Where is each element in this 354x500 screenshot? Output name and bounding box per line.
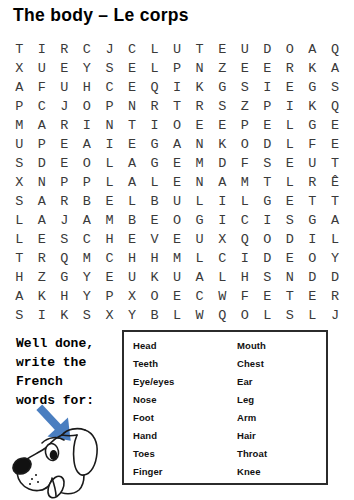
grid-cell-r11c4: C [76, 230, 99, 249]
grid-cell-r8c8: E [166, 173, 189, 192]
grid-cell-r1c15: Q [324, 40, 347, 59]
grid-cell-r9c11: L [233, 192, 256, 211]
grid-cell-r11c2: E [31, 230, 54, 249]
grid-cell-r6c5: I [98, 135, 121, 154]
grid-cell-r10c5: M [98, 211, 121, 230]
worksheet-page: The body – Le corps TIRCJCLUTEUDOAQXUEYS… [0, 0, 354, 500]
grid-cell-r2c2: U [31, 59, 54, 78]
grid-cell-r8c2: N [31, 173, 54, 192]
grid-cell-r9c7: B [143, 192, 166, 211]
grid-cell-r6c11: O [233, 135, 256, 154]
grid-cell-r3c11: S [233, 78, 256, 97]
grid-cell-r4c2: C [31, 97, 54, 116]
grid-cell-r13c5: E [98, 269, 121, 288]
grid-cell-r4c15: Q [324, 97, 347, 116]
grid-cell-r15c4: S [76, 307, 99, 326]
grid-cell-r3c1: A [8, 78, 31, 97]
grid-cell-r12c14: O [301, 250, 324, 269]
grid-cell-r12c9: L [188, 250, 211, 269]
grid-cell-r1c9: T [188, 40, 211, 59]
grid-cell-r8c7: L [143, 173, 166, 192]
grid-cell-r8c5: L [98, 173, 121, 192]
grid-cell-r4c10: S [211, 97, 234, 116]
grid-cell-r6c2: P [31, 135, 54, 154]
grid-cell-r15c6: Y [121, 307, 144, 326]
grid-cell-r3c15: S [324, 78, 347, 97]
grid-cell-r7c14: U [301, 154, 324, 173]
grid-cell-r15c3: K [53, 307, 76, 326]
grid-cell-r9c8: U [166, 192, 189, 211]
instructions-line: Well done, [16, 334, 94, 353]
grid-cell-r1c7: L [143, 40, 166, 59]
grid-cell-r13c13: N [279, 269, 302, 288]
grid-cell-r5c1: M [8, 116, 31, 135]
instructions-text: Well done,write theFrenchwords for: [16, 334, 94, 410]
grid-cell-r9c3: R [53, 192, 76, 211]
grid-cell-r13c15: D [324, 269, 347, 288]
grid-cell-r9c5: E [98, 192, 121, 211]
word-list-item: Ear [237, 372, 326, 390]
grid-cell-r2c6: E [121, 59, 144, 78]
grid-cell-r11c1: L [8, 230, 31, 249]
grid-cell-r2c15: A [324, 59, 347, 78]
grid-cell-r1c1: T [8, 40, 31, 59]
grid-cell-r4c7: R [143, 97, 166, 116]
grid-cell-r2c9: N [188, 59, 211, 78]
grid-cell-r7c12: S [256, 154, 279, 173]
grid-cell-r5c10: E [211, 116, 234, 135]
grid-cell-r5c7: I [143, 116, 166, 135]
grid-cell-r2c4: Y [76, 59, 99, 78]
grid-cell-r6c1: U [8, 135, 31, 154]
grid-cell-r13c4: Y [76, 269, 99, 288]
grid-cell-r3c8: I [166, 78, 189, 97]
grid-cell-r14c4: Y [76, 288, 99, 307]
grid-cell-r1c2: I [31, 40, 54, 59]
grid-cell-r11c14: I [301, 230, 324, 249]
word-list-item: Foot [133, 408, 237, 426]
grid-cell-r14c3: H [53, 288, 76, 307]
grid-cell-r12c5: C [98, 250, 121, 269]
grid-cell-r12c2: R [31, 250, 54, 269]
grid-cell-r7c9: M [188, 154, 211, 173]
word-list-item: Arm [237, 408, 326, 426]
grid-cell-r1c14: A [301, 40, 324, 59]
grid-cell-r10c6: B [121, 211, 144, 230]
grid-cell-r15c10: Q [211, 307, 234, 326]
grid-cell-r12c1: T [8, 250, 31, 269]
grid-cell-r12c13: E [279, 250, 302, 269]
grid-cell-r2c11: E [233, 59, 256, 78]
grid-cell-r10c12: I [256, 211, 279, 230]
grid-cell-r8c10: A [211, 173, 234, 192]
grid-cell-r12c8: M [166, 250, 189, 269]
grid-cell-r3c9: K [188, 78, 211, 97]
grid-cell-r15c15: J [324, 307, 347, 326]
grid-cell-r12c7: H [143, 250, 166, 269]
grid-cell-r13c12: S [256, 269, 279, 288]
grid-cell-r14c10: W [211, 288, 234, 307]
grid-cell-r14c12: E [256, 288, 279, 307]
word-list-box: HeadTeethEye/eyesNoseFootHandToesFinger … [122, 330, 328, 485]
grid-cell-r11c5: H [98, 230, 121, 249]
word-list-item: Finger [133, 463, 237, 481]
grid-cell-r7c11: F [233, 154, 256, 173]
grid-cell-r6c7: G [143, 135, 166, 154]
grid-cell-r5c12: E [256, 116, 279, 135]
grid-cell-r11c9: U [188, 230, 211, 249]
grid-cell-r6c6: E [121, 135, 144, 154]
grid-cell-r7c13: E [279, 154, 302, 173]
grid-cell-r14c6: X [121, 288, 144, 307]
grid-cell-r7c2: D [31, 154, 54, 173]
grid-cell-r15c1: S [8, 307, 31, 326]
grid-cell-r14c13: T [279, 288, 302, 307]
grid-cell-r14c9: C [188, 288, 211, 307]
grid-cell-r4c13: I [279, 97, 302, 116]
grid-cell-r4c8: T [166, 97, 189, 116]
grid-cell-r13c14: D [301, 269, 324, 288]
grid-cell-r1c11: U [233, 40, 256, 59]
grid-cell-r15c5: X [98, 307, 121, 326]
grid-cell-r13c2: Z [31, 269, 54, 288]
word-list-item: Chest [237, 354, 326, 372]
grid-cell-r14c2: K [31, 288, 54, 307]
grid-cell-r3c13: E [279, 78, 302, 97]
grid-cell-r15c2: I [31, 307, 54, 326]
grid-cell-r8c12: T [256, 173, 279, 192]
grid-cell-r5c8: O [166, 116, 189, 135]
grid-cell-r4c3: J [53, 97, 76, 116]
grid-cell-r6c14: F [301, 135, 324, 154]
word-list-item: Nose [133, 390, 237, 408]
grid-cell-r3c10: G [211, 78, 234, 97]
grid-cell-r5c2: A [31, 116, 54, 135]
instructions-line: write the [16, 353, 94, 372]
word-list-item: Eye/eyes [133, 372, 237, 390]
grid-cell-r9c1: S [8, 192, 31, 211]
grid-cell-r11c6: E [121, 230, 144, 249]
grid-cell-r12c10: C [211, 250, 234, 269]
grid-cell-r13c1: H [8, 269, 31, 288]
grid-cell-r9c10: I [211, 192, 234, 211]
grid-cell-r11c12: O [256, 230, 279, 249]
grid-cell-r9c14: T [301, 192, 324, 211]
grid-cell-r7c3: E [53, 154, 76, 173]
instructions-line: French [16, 372, 94, 391]
grid-cell-r11c11: Q [233, 230, 256, 249]
word-list-right-column: MouthChestEarLegArmHairThroatKnee [237, 332, 326, 483]
grid-cell-r11c10: X [211, 230, 234, 249]
grid-cell-r6c12: D [256, 135, 279, 154]
grid-cell-r13c6: U [121, 269, 144, 288]
grid-cell-r8c9: N [188, 173, 211, 192]
grid-cell-r1c12: D [256, 40, 279, 59]
grid-cell-r4c14: K [301, 97, 324, 116]
grid-cell-r1c6: C [121, 40, 144, 59]
grid-cell-r1c13: O [279, 40, 302, 59]
grid-cell-r9c13: E [279, 192, 302, 211]
grid-cell-r2c12: E [256, 59, 279, 78]
word-list-item: Throat [237, 445, 326, 463]
grid-cell-r9c6: L [121, 192, 144, 211]
grid-cell-r10c1: L [8, 211, 31, 230]
grid-cell-r2c7: L [143, 59, 166, 78]
grid-cell-r8c6: A [121, 173, 144, 192]
word-list-left-column: HeadTeethEye/eyesNoseFootHandToesFinger [124, 332, 237, 483]
grid-cell-r15c14: L [301, 307, 324, 326]
grid-cell-r4c11: Z [233, 97, 256, 116]
grid-cell-r2c13: R [279, 59, 302, 78]
grid-cell-r1c3: R [53, 40, 76, 59]
grid-cell-r10c14: G [301, 211, 324, 230]
grid-cell-r10c13: S [279, 211, 302, 230]
grid-cell-r11c15: L [324, 230, 347, 249]
grid-cell-r5c9: E [188, 116, 211, 135]
grid-cell-r2c14: K [301, 59, 324, 78]
grid-cell-r8c13: L [279, 173, 302, 192]
grid-cell-r6c3: E [53, 135, 76, 154]
grid-cell-r4c1: P [8, 97, 31, 116]
grid-cell-r3c4: H [76, 78, 99, 97]
grid-cell-r4c6: N [121, 97, 144, 116]
grid-cell-r13c9: A [188, 269, 211, 288]
grid-cell-r15c8: L [166, 307, 189, 326]
grid-cell-r15c12: L [256, 307, 279, 326]
grid-cell-r3c14: G [301, 78, 324, 97]
grid-cell-r3c6: E [121, 78, 144, 97]
grid-cell-r13c3: G [53, 269, 76, 288]
grid-cell-r11c8: E [166, 230, 189, 249]
grid-cell-r15c9: W [188, 307, 211, 326]
grid-cell-r2c10: Z [211, 59, 234, 78]
grid-cell-r2c5: S [98, 59, 121, 78]
grid-cell-r11c3: S [53, 230, 76, 249]
grid-cell-r2c8: P [166, 59, 189, 78]
grid-cell-r14c11: F [233, 288, 256, 307]
grid-cell-r4c5: P [98, 97, 121, 116]
grid-cell-r9c9: L [188, 192, 211, 211]
grid-cell-r5c6: T [121, 116, 144, 135]
grid-cell-r13c10: L [211, 269, 234, 288]
grid-cell-r11c13: D [279, 230, 302, 249]
grid-cell-r5c4: I [76, 116, 99, 135]
grid-cell-r4c4: O [76, 97, 99, 116]
word-list-item: Teeth [133, 354, 237, 372]
grid-cell-r3c7: Q [143, 78, 166, 97]
grid-cell-r12c3: Q [53, 250, 76, 269]
grid-cell-r14c15: R [324, 288, 347, 307]
grid-cell-r14c14: E [301, 288, 324, 307]
grid-cell-r5c13: L [279, 116, 302, 135]
grid-cell-r7c1: S [8, 154, 31, 173]
grid-cell-r10c8: O [166, 211, 189, 230]
grid-cell-r6c4: A [76, 135, 99, 154]
grid-cell-r8c4: P [76, 173, 99, 192]
grid-cell-r5c14: G [301, 116, 324, 135]
grid-cell-r8c3: P [53, 173, 76, 192]
grid-cell-r14c7: O [143, 288, 166, 307]
grid-cell-r7c15: T [324, 154, 347, 173]
grid-cell-r15c11: O [233, 307, 256, 326]
grid-cell-r13c7: K [143, 269, 166, 288]
grid-cell-r5c15: E [324, 116, 347, 135]
grid-cell-r4c9: R [188, 97, 211, 116]
grid-cell-r14c1: A [8, 288, 31, 307]
grid-cell-r10c3: J [53, 211, 76, 230]
grid-cell-r8c11: M [233, 173, 256, 192]
word-list-item: Toes [133, 445, 237, 463]
grid-cell-r1c4: C [76, 40, 99, 59]
grid-cell-r3c12: I [256, 78, 279, 97]
word-list-item: Knee [237, 463, 326, 481]
grid-cell-r5c11: P [233, 116, 256, 135]
grid-cell-r12c6: H [121, 250, 144, 269]
grid-cell-r9c4: B [76, 192, 99, 211]
grid-cell-r6c15: E [324, 135, 347, 154]
grid-cell-r14c5: P [98, 288, 121, 307]
grid-cell-r9c2: A [31, 192, 54, 211]
grid-cell-r7c4: O [76, 154, 99, 173]
grid-cell-r2c3: E [53, 59, 76, 78]
grid-cell-r12c15: Y [324, 250, 347, 269]
grid-cell-r10c2: A [31, 211, 54, 230]
grid-cell-r9c15: T [324, 192, 347, 211]
grid-cell-r10c9: G [188, 211, 211, 230]
grid-cell-r6c9: N [188, 135, 211, 154]
grid-cell-r10c11: C [233, 211, 256, 230]
word-list-item: Mouth [237, 336, 326, 354]
grid-cell-r12c12: D [256, 250, 279, 269]
grid-cell-r7c8: E [166, 154, 189, 173]
grid-cell-r15c13: S [279, 307, 302, 326]
grid-cell-r14c8: E [166, 288, 189, 307]
grid-cell-r15c7: B [143, 307, 166, 326]
grid-cell-r10c10: I [211, 211, 234, 230]
grid-cell-r4c12: P [256, 97, 279, 116]
grid-cell-r1c10: E [211, 40, 234, 59]
grid-cell-r11c7: V [143, 230, 166, 249]
grid-cell-r10c15: A [324, 211, 347, 230]
word-search-grid: TIRCJCLUTEUDOAQXUEYSELPNZEERKAAFUHCEQIKG… [8, 40, 346, 326]
grid-cell-r12c11: I [233, 250, 256, 269]
grid-cell-r7c6: A [121, 154, 144, 173]
word-list-item: Hair [237, 426, 326, 444]
grid-cell-r3c2: F [31, 78, 54, 97]
grid-cell-r7c5: L [98, 154, 121, 173]
grid-cell-r1c8: U [166, 40, 189, 59]
grid-cell-r5c5: N [98, 116, 121, 135]
grid-cell-r7c10: D [211, 154, 234, 173]
grid-cell-r1c5: J [98, 40, 121, 59]
grid-cell-r3c5: C [98, 78, 121, 97]
grid-cell-r13c11: H [233, 269, 256, 288]
grid-cell-r5c3: R [53, 116, 76, 135]
grid-cell-r6c8: A [166, 135, 189, 154]
page-title: The body – Le corps [13, 5, 189, 26]
dog-cartoon-icon [6, 416, 118, 500]
grid-cell-r9c12: G [256, 192, 279, 211]
grid-cell-r7c7: G [143, 154, 166, 173]
grid-cell-r8c15: Ê [324, 173, 347, 192]
grid-cell-r8c14: R [301, 173, 324, 192]
grid-cell-r3c3: U [53, 78, 76, 97]
grid-cell-r6c10: K [211, 135, 234, 154]
grid-cell-r12c4: M [76, 250, 99, 269]
grid-cell-r10c4: A [76, 211, 99, 230]
grid-cell-r8c1: X [8, 173, 31, 192]
word-list-item: Head [133, 336, 237, 354]
word-list-item: Hand [133, 426, 237, 444]
word-list-item: Leg [237, 390, 326, 408]
grid-cell-r6c13: L [279, 135, 302, 154]
grid-cell-r13c8: U [166, 269, 189, 288]
grid-cell-r2c1: X [8, 59, 31, 78]
grid-cell-r10c7: E [143, 211, 166, 230]
